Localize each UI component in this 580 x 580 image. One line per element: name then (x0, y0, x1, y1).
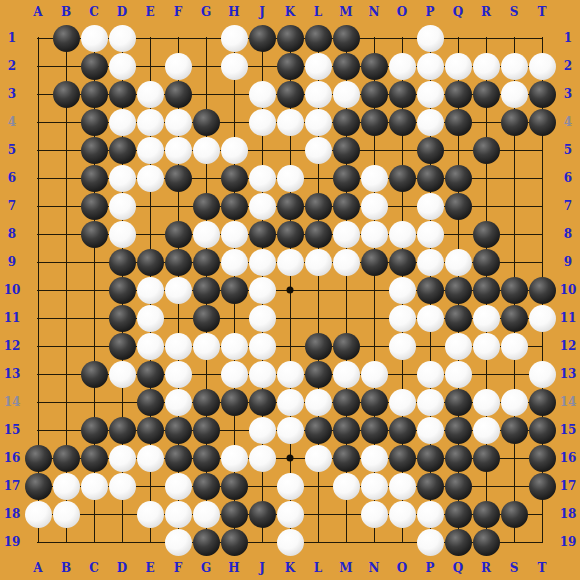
intersection-O9[interactable] (388, 248, 416, 276)
intersection-H1[interactable] (220, 24, 248, 52)
intersection-G10[interactable] (192, 276, 220, 304)
intersection-M3[interactable] (332, 80, 360, 108)
intersection-M17[interactable] (332, 472, 360, 500)
intersection-L6[interactable] (304, 164, 332, 192)
intersection-K14[interactable] (276, 388, 304, 416)
intersection-B16[interactable] (52, 444, 80, 472)
intersection-A14[interactable] (24, 388, 52, 416)
intersection-P13[interactable] (416, 360, 444, 388)
intersection-E16[interactable] (136, 444, 164, 472)
intersection-J16[interactable] (248, 444, 276, 472)
intersection-N5[interactable] (360, 136, 388, 164)
intersection-M13[interactable] (332, 360, 360, 388)
intersection-E4[interactable] (136, 108, 164, 136)
intersection-D16[interactable] (108, 444, 136, 472)
intersection-P14[interactable] (416, 388, 444, 416)
intersection-M5[interactable] (332, 136, 360, 164)
intersection-J19[interactable] (248, 528, 276, 556)
intersection-B17[interactable] (52, 472, 80, 500)
intersection-L8[interactable] (304, 220, 332, 248)
intersection-F13[interactable] (164, 360, 192, 388)
intersection-L4[interactable] (304, 108, 332, 136)
intersection-C12[interactable] (80, 332, 108, 360)
intersection-D18[interactable] (108, 500, 136, 528)
intersection-C14[interactable] (80, 388, 108, 416)
intersection-A16[interactable] (24, 444, 52, 472)
intersection-A8[interactable] (24, 220, 52, 248)
intersection-O6[interactable] (388, 164, 416, 192)
intersection-E13[interactable] (136, 360, 164, 388)
intersection-F5[interactable] (164, 136, 192, 164)
intersection-N4[interactable] (360, 108, 388, 136)
intersection-J13[interactable] (248, 360, 276, 388)
intersection-N12[interactable] (360, 332, 388, 360)
intersection-M9[interactable] (332, 248, 360, 276)
intersection-E2[interactable] (136, 52, 164, 80)
intersection-P4[interactable] (416, 108, 444, 136)
intersection-H16[interactable] (220, 444, 248, 472)
intersection-F6[interactable] (164, 164, 192, 192)
intersection-S14[interactable] (500, 388, 528, 416)
intersection-T9[interactable] (528, 248, 556, 276)
intersection-A13[interactable] (24, 360, 52, 388)
intersection-H14[interactable] (220, 388, 248, 416)
intersection-P15[interactable] (416, 416, 444, 444)
intersection-B2[interactable] (52, 52, 80, 80)
intersection-L19[interactable] (304, 528, 332, 556)
intersection-J3[interactable] (248, 80, 276, 108)
intersection-N6[interactable] (360, 164, 388, 192)
intersection-C18[interactable] (80, 500, 108, 528)
intersection-B18[interactable] (52, 500, 80, 528)
intersection-P8[interactable] (416, 220, 444, 248)
intersection-C3[interactable] (80, 80, 108, 108)
intersection-A9[interactable] (24, 248, 52, 276)
intersection-D1[interactable] (108, 24, 136, 52)
intersection-T4[interactable] (528, 108, 556, 136)
intersection-B14[interactable] (52, 388, 80, 416)
intersection-B11[interactable] (52, 304, 80, 332)
intersection-S8[interactable] (500, 220, 528, 248)
intersection-A11[interactable] (24, 304, 52, 332)
intersection-A2[interactable] (24, 52, 52, 80)
intersection-E9[interactable] (136, 248, 164, 276)
intersection-G14[interactable] (192, 388, 220, 416)
intersection-C2[interactable] (80, 52, 108, 80)
intersection-L15[interactable] (304, 416, 332, 444)
intersection-G2[interactable] (192, 52, 220, 80)
intersection-T15[interactable] (528, 416, 556, 444)
intersection-B12[interactable] (52, 332, 80, 360)
intersection-S5[interactable] (500, 136, 528, 164)
intersection-E6[interactable] (136, 164, 164, 192)
intersection-R6[interactable] (472, 164, 500, 192)
intersection-L18[interactable] (304, 500, 332, 528)
intersection-N13[interactable] (360, 360, 388, 388)
intersection-B5[interactable] (52, 136, 80, 164)
intersection-H2[interactable] (220, 52, 248, 80)
intersection-J7[interactable] (248, 192, 276, 220)
intersection-C17[interactable] (80, 472, 108, 500)
intersection-J14[interactable] (248, 388, 276, 416)
intersection-H12[interactable] (220, 332, 248, 360)
intersection-P16[interactable] (416, 444, 444, 472)
intersection-S2[interactable] (500, 52, 528, 80)
intersection-L12[interactable] (304, 332, 332, 360)
intersection-F7[interactable] (164, 192, 192, 220)
intersection-E19[interactable] (136, 528, 164, 556)
intersection-B6[interactable] (52, 164, 80, 192)
intersection-G15[interactable] (192, 416, 220, 444)
intersection-D7[interactable] (108, 192, 136, 220)
intersection-A6[interactable] (24, 164, 52, 192)
intersection-D6[interactable] (108, 164, 136, 192)
intersection-S16[interactable] (500, 444, 528, 472)
intersection-K17[interactable] (276, 472, 304, 500)
intersection-H5[interactable] (220, 136, 248, 164)
intersection-K10[interactable] (276, 276, 304, 304)
intersection-Q8[interactable] (444, 220, 472, 248)
intersection-M7[interactable] (332, 192, 360, 220)
intersection-R7[interactable] (472, 192, 500, 220)
intersection-P3[interactable] (416, 80, 444, 108)
intersection-O13[interactable] (388, 360, 416, 388)
intersection-T12[interactable] (528, 332, 556, 360)
intersection-H15[interactable] (220, 416, 248, 444)
intersection-P18[interactable] (416, 500, 444, 528)
intersection-M19[interactable] (332, 528, 360, 556)
intersection-R16[interactable] (472, 444, 500, 472)
intersection-G4[interactable] (192, 108, 220, 136)
intersection-A15[interactable] (24, 416, 52, 444)
intersection-F2[interactable] (164, 52, 192, 80)
intersection-H11[interactable] (220, 304, 248, 332)
intersection-N17[interactable] (360, 472, 388, 500)
intersection-P10[interactable] (416, 276, 444, 304)
intersection-N16[interactable] (360, 444, 388, 472)
intersection-N10[interactable] (360, 276, 388, 304)
intersection-C9[interactable] (80, 248, 108, 276)
intersection-H9[interactable] (220, 248, 248, 276)
intersection-N7[interactable] (360, 192, 388, 220)
intersection-E12[interactable] (136, 332, 164, 360)
intersection-B15[interactable] (52, 416, 80, 444)
intersection-C4[interactable] (80, 108, 108, 136)
intersection-K6[interactable] (276, 164, 304, 192)
intersection-J4[interactable] (248, 108, 276, 136)
intersection-A7[interactable] (24, 192, 52, 220)
intersection-F18[interactable] (164, 500, 192, 528)
intersection-L10[interactable] (304, 276, 332, 304)
intersection-O14[interactable] (388, 388, 416, 416)
intersection-M2[interactable] (332, 52, 360, 80)
intersection-Q4[interactable] (444, 108, 472, 136)
intersection-S4[interactable] (500, 108, 528, 136)
intersection-H6[interactable] (220, 164, 248, 192)
intersection-C5[interactable] (80, 136, 108, 164)
intersection-T6[interactable] (528, 164, 556, 192)
intersection-S17[interactable] (500, 472, 528, 500)
intersection-C19[interactable] (80, 528, 108, 556)
intersection-B19[interactable] (52, 528, 80, 556)
intersection-P19[interactable] (416, 528, 444, 556)
intersection-Q18[interactable] (444, 500, 472, 528)
intersection-J8[interactable] (248, 220, 276, 248)
intersection-H7[interactable] (220, 192, 248, 220)
intersection-Q17[interactable] (444, 472, 472, 500)
intersection-E3[interactable] (136, 80, 164, 108)
intersection-P9[interactable] (416, 248, 444, 276)
intersection-B7[interactable] (52, 192, 80, 220)
intersection-F16[interactable] (164, 444, 192, 472)
intersection-E1[interactable] (136, 24, 164, 52)
intersection-B9[interactable] (52, 248, 80, 276)
intersection-N2[interactable] (360, 52, 388, 80)
intersection-F1[interactable] (164, 24, 192, 52)
intersection-P7[interactable] (416, 192, 444, 220)
intersection-T3[interactable] (528, 80, 556, 108)
intersection-T2[interactable] (528, 52, 556, 80)
intersection-G12[interactable] (192, 332, 220, 360)
intersection-O5[interactable] (388, 136, 416, 164)
intersection-S13[interactable] (500, 360, 528, 388)
intersection-D15[interactable] (108, 416, 136, 444)
intersection-Q5[interactable] (444, 136, 472, 164)
intersection-M6[interactable] (332, 164, 360, 192)
intersection-T1[interactable] (528, 24, 556, 52)
intersection-A3[interactable] (24, 80, 52, 108)
intersection-S10[interactable] (500, 276, 528, 304)
intersection-H13[interactable] (220, 360, 248, 388)
intersection-K16[interactable] (276, 444, 304, 472)
intersection-D10[interactable] (108, 276, 136, 304)
intersection-S18[interactable] (500, 500, 528, 528)
intersection-C13[interactable] (80, 360, 108, 388)
intersection-L9[interactable] (304, 248, 332, 276)
intersection-B13[interactable] (52, 360, 80, 388)
intersection-O4[interactable] (388, 108, 416, 136)
intersection-T16[interactable] (528, 444, 556, 472)
intersection-D12[interactable] (108, 332, 136, 360)
intersection-L16[interactable] (304, 444, 332, 472)
intersection-N11[interactable] (360, 304, 388, 332)
intersection-B4[interactable] (52, 108, 80, 136)
intersection-R4[interactable] (472, 108, 500, 136)
intersection-G18[interactable] (192, 500, 220, 528)
intersection-K18[interactable] (276, 500, 304, 528)
intersection-F11[interactable] (164, 304, 192, 332)
intersection-J10[interactable] (248, 276, 276, 304)
intersection-G7[interactable] (192, 192, 220, 220)
intersection-K3[interactable] (276, 80, 304, 108)
intersection-K1[interactable] (276, 24, 304, 52)
intersection-H8[interactable] (220, 220, 248, 248)
intersection-A1[interactable] (24, 24, 52, 52)
intersection-G5[interactable] (192, 136, 220, 164)
intersection-G1[interactable] (192, 24, 220, 52)
intersection-L5[interactable] (304, 136, 332, 164)
intersection-O16[interactable] (388, 444, 416, 472)
intersection-L14[interactable] (304, 388, 332, 416)
intersection-F10[interactable] (164, 276, 192, 304)
intersection-O7[interactable] (388, 192, 416, 220)
intersection-G19[interactable] (192, 528, 220, 556)
intersection-S1[interactable] (500, 24, 528, 52)
intersection-R3[interactable] (472, 80, 500, 108)
intersection-A5[interactable] (24, 136, 52, 164)
intersection-P17[interactable] (416, 472, 444, 500)
intersection-S6[interactable] (500, 164, 528, 192)
intersection-J9[interactable] (248, 248, 276, 276)
intersection-T17[interactable] (528, 472, 556, 500)
intersection-C16[interactable] (80, 444, 108, 472)
intersection-M18[interactable] (332, 500, 360, 528)
intersection-G3[interactable] (192, 80, 220, 108)
intersection-N14[interactable] (360, 388, 388, 416)
intersection-F4[interactable] (164, 108, 192, 136)
intersection-R17[interactable] (472, 472, 500, 500)
intersection-O1[interactable] (388, 24, 416, 52)
intersection-O18[interactable] (388, 500, 416, 528)
intersection-K13[interactable] (276, 360, 304, 388)
intersection-H17[interactable] (220, 472, 248, 500)
intersection-O8[interactable] (388, 220, 416, 248)
intersection-J1[interactable] (248, 24, 276, 52)
intersection-P1[interactable] (416, 24, 444, 52)
intersection-K19[interactable] (276, 528, 304, 556)
intersection-G17[interactable] (192, 472, 220, 500)
intersection-J17[interactable] (248, 472, 276, 500)
intersection-F15[interactable] (164, 416, 192, 444)
intersection-R9[interactable] (472, 248, 500, 276)
intersection-O12[interactable] (388, 332, 416, 360)
intersection-K11[interactable] (276, 304, 304, 332)
intersection-G8[interactable] (192, 220, 220, 248)
intersection-N9[interactable] (360, 248, 388, 276)
intersection-K8[interactable] (276, 220, 304, 248)
intersection-Q19[interactable] (444, 528, 472, 556)
intersection-B10[interactable] (52, 276, 80, 304)
intersection-Q6[interactable] (444, 164, 472, 192)
intersection-R12[interactable] (472, 332, 500, 360)
intersection-Q13[interactable] (444, 360, 472, 388)
intersection-D2[interactable] (108, 52, 136, 80)
intersection-F14[interactable] (164, 388, 192, 416)
intersection-R5[interactable] (472, 136, 500, 164)
intersection-F19[interactable] (164, 528, 192, 556)
intersection-Q1[interactable] (444, 24, 472, 52)
intersection-D3[interactable] (108, 80, 136, 108)
intersection-F17[interactable] (164, 472, 192, 500)
intersection-T11[interactable] (528, 304, 556, 332)
intersection-F8[interactable] (164, 220, 192, 248)
intersection-T7[interactable] (528, 192, 556, 220)
intersection-S7[interactable] (500, 192, 528, 220)
intersection-M16[interactable] (332, 444, 360, 472)
intersection-G6[interactable] (192, 164, 220, 192)
intersection-H18[interactable] (220, 500, 248, 528)
intersection-H10[interactable] (220, 276, 248, 304)
intersection-T8[interactable] (528, 220, 556, 248)
intersection-F9[interactable] (164, 248, 192, 276)
intersection-O11[interactable] (388, 304, 416, 332)
intersection-B3[interactable] (52, 80, 80, 108)
intersection-K2[interactable] (276, 52, 304, 80)
intersection-N1[interactable] (360, 24, 388, 52)
intersection-J2[interactable] (248, 52, 276, 80)
intersection-J5[interactable] (248, 136, 276, 164)
intersection-P11[interactable] (416, 304, 444, 332)
intersection-D9[interactable] (108, 248, 136, 276)
intersection-R14[interactable] (472, 388, 500, 416)
intersection-C15[interactable] (80, 416, 108, 444)
intersection-Q10[interactable] (444, 276, 472, 304)
intersection-T5[interactable] (528, 136, 556, 164)
intersection-T13[interactable] (528, 360, 556, 388)
intersection-Q16[interactable] (444, 444, 472, 472)
intersection-G11[interactable] (192, 304, 220, 332)
intersection-M11[interactable] (332, 304, 360, 332)
intersection-A12[interactable] (24, 332, 52, 360)
intersection-T19[interactable] (528, 528, 556, 556)
intersection-K12[interactable] (276, 332, 304, 360)
intersection-T18[interactable] (528, 500, 556, 528)
intersection-O3[interactable] (388, 80, 416, 108)
intersection-A10[interactable] (24, 276, 52, 304)
intersection-E14[interactable] (136, 388, 164, 416)
intersection-S12[interactable] (500, 332, 528, 360)
intersection-G13[interactable] (192, 360, 220, 388)
intersection-M14[interactable] (332, 388, 360, 416)
intersection-D8[interactable] (108, 220, 136, 248)
intersection-D14[interactable] (108, 388, 136, 416)
intersection-R11[interactable] (472, 304, 500, 332)
intersection-L13[interactable] (304, 360, 332, 388)
intersection-A4[interactable] (24, 108, 52, 136)
intersection-G9[interactable] (192, 248, 220, 276)
intersection-D13[interactable] (108, 360, 136, 388)
intersection-K15[interactable] (276, 416, 304, 444)
intersection-Q14[interactable] (444, 388, 472, 416)
intersection-P5[interactable] (416, 136, 444, 164)
intersection-G16[interactable] (192, 444, 220, 472)
intersection-T10[interactable] (528, 276, 556, 304)
intersection-F12[interactable] (164, 332, 192, 360)
intersection-E10[interactable] (136, 276, 164, 304)
intersection-S15[interactable] (500, 416, 528, 444)
intersection-D11[interactable] (108, 304, 136, 332)
intersection-C10[interactable] (80, 276, 108, 304)
intersection-N15[interactable] (360, 416, 388, 444)
intersection-L17[interactable] (304, 472, 332, 500)
intersection-R18[interactable] (472, 500, 500, 528)
intersection-D17[interactable] (108, 472, 136, 500)
intersection-S3[interactable] (500, 80, 528, 108)
intersection-R15[interactable] (472, 416, 500, 444)
intersection-T14[interactable] (528, 388, 556, 416)
intersection-M4[interactable] (332, 108, 360, 136)
intersection-K9[interactable] (276, 248, 304, 276)
intersection-E8[interactable] (136, 220, 164, 248)
intersection-M12[interactable] (332, 332, 360, 360)
intersection-N3[interactable] (360, 80, 388, 108)
intersection-B1[interactable] (52, 24, 80, 52)
intersection-A17[interactable] (24, 472, 52, 500)
intersection-O19[interactable] (388, 528, 416, 556)
intersection-R10[interactable] (472, 276, 500, 304)
intersection-E15[interactable] (136, 416, 164, 444)
intersection-O2[interactable] (388, 52, 416, 80)
